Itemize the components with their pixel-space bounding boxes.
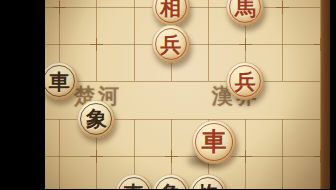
board-right-frame xyxy=(321,0,330,189)
point-marker xyxy=(59,187,60,189)
point-marker xyxy=(171,150,172,163)
piece-character: 馬 xyxy=(235,0,256,18)
piece-black-elephant[interactable]: 象 xyxy=(77,100,115,138)
piece-red-chariot[interactable]: 車 xyxy=(192,120,236,164)
grid-line-file xyxy=(282,119,283,189)
piece-character: 車 xyxy=(49,71,70,92)
piece-red-soldier[interactable]: 兵 xyxy=(152,25,190,63)
piece-character: 兵 xyxy=(160,34,181,55)
point-marker xyxy=(59,1,60,14)
xiangqi-board[interactable]: 楚河 漢界 相馬兵車兵象車車象炮 xyxy=(0,0,336,189)
point-marker xyxy=(245,150,246,163)
piece-character: 炮 xyxy=(198,183,219,190)
grid-line-file xyxy=(208,0,209,81)
piece-black-cannon[interactable]: 炮 xyxy=(189,174,227,189)
piece-character: 象 xyxy=(160,183,181,190)
point-marker xyxy=(282,1,283,14)
point-marker xyxy=(245,38,246,51)
piece-character: 車 xyxy=(123,183,144,190)
piece-black-elephant[interactable]: 象 xyxy=(152,174,190,189)
grid-line-file xyxy=(59,119,60,189)
piece-character: 車 xyxy=(202,129,227,154)
point-marker xyxy=(282,187,283,189)
piece-character: 相 xyxy=(160,0,181,18)
piece-red-horse[interactable]: 馬 xyxy=(226,0,264,26)
point-marker xyxy=(96,150,97,163)
piece-black-chariot[interactable]: 車 xyxy=(40,62,78,100)
screen: 楚河 漢界 相馬兵車兵象車車象炮 xyxy=(0,0,336,189)
piece-black-chariot[interactable]: 車 xyxy=(115,174,153,189)
piece-character: 象 xyxy=(86,108,107,129)
letterbox-right xyxy=(330,0,336,189)
grid-line-file xyxy=(134,0,135,81)
piece-character: 兵 xyxy=(235,71,256,92)
piece-red-elephant[interactable]: 相 xyxy=(152,0,190,26)
letterbox-left xyxy=(0,0,45,189)
point-marker xyxy=(96,38,97,51)
